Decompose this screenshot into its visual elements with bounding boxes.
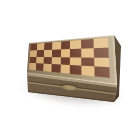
product-photo: [0, 0, 140, 140]
board-square: [70, 48, 81, 57]
board-square: [60, 49, 70, 57]
board-square: [60, 65, 70, 74]
chessboard: [29, 38, 110, 78]
board-square: [82, 66, 95, 76]
board-square: [52, 49, 61, 57]
board-square: [81, 48, 94, 57]
board-square: [43, 64, 51, 72]
board-square: [51, 64, 60, 73]
board-square: [94, 38, 109, 48]
board-square: [70, 65, 81, 75]
board-square: [94, 47, 109, 57]
board-square: [94, 67, 109, 78]
